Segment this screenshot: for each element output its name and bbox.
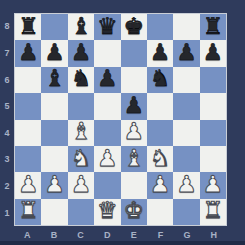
square-f1[interactable]: [147, 199, 173, 225]
white-pawn-h2[interactable]: ♟: [203, 173, 224, 196]
square-h8[interactable]: ♜: [200, 14, 226, 40]
square-e1[interactable]: ♚: [121, 199, 147, 225]
black-pawn-h7[interactable]: ♟: [203, 41, 224, 64]
square-f5[interactable]: [147, 93, 173, 119]
file-label-g: G: [174, 228, 201, 241]
black-pawn-g7[interactable]: ♟: [176, 41, 197, 64]
square-a4[interactable]: [15, 120, 41, 146]
black-knight-f6[interactable]: ♞: [150, 67, 171, 90]
black-pawn-f7[interactable]: ♟: [150, 41, 171, 64]
white-knight-c3[interactable]: ♞: [71, 147, 92, 170]
square-b7[interactable]: ♟: [41, 40, 67, 66]
rank-label-4: 4: [0, 120, 14, 147]
rank-label-5: 5: [0, 93, 14, 120]
square-g8[interactable]: [173, 14, 199, 40]
rank-label-3: 3: [0, 146, 14, 173]
square-h1[interactable]: ♜: [200, 199, 226, 225]
square-c1[interactable]: [68, 199, 94, 225]
rank-label-8: 8: [0, 13, 14, 40]
square-d4[interactable]: [94, 120, 120, 146]
white-pawn-c2[interactable]: ♟: [71, 173, 92, 196]
black-pawn-a7[interactable]: ♟: [18, 41, 39, 64]
file-label-h: H: [200, 228, 227, 241]
square-f4[interactable]: [147, 120, 173, 146]
square-a5[interactable]: [15, 93, 41, 119]
white-bishop-c4[interactable]: ♝: [71, 120, 92, 143]
file-labels: ABCDEFGH: [14, 228, 227, 241]
white-pawn-f2[interactable]: ♟: [150, 173, 171, 196]
white-bishop-e3[interactable]: ♝: [123, 147, 144, 170]
file-label-c: C: [67, 228, 94, 241]
square-c7[interactable]: ♟: [68, 40, 94, 66]
square-f8[interactable]: [147, 14, 173, 40]
square-e8[interactable]: ♚: [121, 14, 147, 40]
square-d2[interactable]: [94, 172, 120, 198]
black-pawn-b7[interactable]: ♟: [44, 41, 65, 64]
square-f3[interactable]: ♞: [147, 146, 173, 172]
rank-labels: 87654321: [0, 13, 14, 226]
square-g2[interactable]: ♟: [173, 172, 199, 198]
white-pawn-e4[interactable]: ♟: [123, 120, 144, 143]
white-rook-h1[interactable]: ♜: [203, 199, 224, 222]
white-pawn-d3[interactable]: ♟: [97, 147, 118, 170]
black-pawn-c7[interactable]: ♟: [71, 41, 92, 64]
rank-label-6: 6: [0, 66, 14, 93]
chess-board-widget: 87654321 ♜♝♛♚♜♟♟♟♟♟♟♝♞♟♞♟♝♟♞♟♝♞♟♟♟♟♟♟♜♛♚…: [0, 0, 245, 245]
square-a8[interactable]: ♜: [15, 14, 41, 40]
square-g5[interactable]: [173, 93, 199, 119]
square-g3[interactable]: [173, 146, 199, 172]
square-c8[interactable]: ♝: [68, 14, 94, 40]
square-h2[interactable]: ♟: [200, 172, 226, 198]
square-e4[interactable]: ♟: [121, 120, 147, 146]
white-pawn-g2[interactable]: ♟: [176, 173, 197, 196]
black-bishop-b6[interactable]: ♝: [44, 67, 65, 90]
square-e3[interactable]: ♝: [121, 146, 147, 172]
square-g1[interactable]: [173, 199, 199, 225]
square-b5[interactable]: [41, 93, 67, 119]
square-h6[interactable]: [200, 67, 226, 93]
square-d8[interactable]: ♛: [94, 14, 120, 40]
rank-label-1: 1: [0, 199, 14, 226]
square-d1[interactable]: ♛: [94, 199, 120, 225]
black-pawn-e5[interactable]: ♟: [123, 94, 144, 117]
square-g4[interactable]: [173, 120, 199, 146]
square-d7[interactable]: [94, 40, 120, 66]
square-d5[interactable]: [94, 93, 120, 119]
square-f7[interactable]: ♟: [147, 40, 173, 66]
rank-label-2: 2: [0, 173, 14, 200]
square-g7[interactable]: ♟: [173, 40, 199, 66]
chess-board: ♜♝♛♚♜♟♟♟♟♟♟♝♞♟♞♟♝♟♞♟♝♞♟♟♟♟♟♟♜♛♚♜: [14, 13, 227, 226]
square-d6[interactable]: ♟: [94, 67, 120, 93]
white-rook-a1[interactable]: ♜: [18, 199, 39, 222]
black-queen-d8[interactable]: ♛: [97, 15, 118, 38]
white-pawn-b2[interactable]: ♟: [44, 173, 65, 196]
square-c6[interactable]: ♞: [68, 67, 94, 93]
square-g6[interactable]: [173, 67, 199, 93]
square-e7[interactable]: [121, 40, 147, 66]
file-label-d: D: [94, 228, 121, 241]
file-label-a: A: [14, 228, 41, 241]
square-c4[interactable]: ♝: [68, 120, 94, 146]
square-a1[interactable]: ♜: [15, 199, 41, 225]
square-b2[interactable]: ♟: [41, 172, 67, 198]
square-b1[interactable]: [41, 199, 67, 225]
bottom-strip: [0, 241, 245, 245]
square-e6[interactable]: [121, 67, 147, 93]
square-b3[interactable]: [41, 146, 67, 172]
square-h5[interactable]: [200, 93, 226, 119]
black-rook-h8[interactable]: ♜: [203, 15, 224, 38]
black-rook-a8[interactable]: ♜: [18, 15, 39, 38]
file-label-b: B: [41, 228, 68, 241]
white-queen-d1[interactable]: ♛: [97, 199, 118, 222]
square-b8[interactable]: [41, 14, 67, 40]
square-d3[interactable]: ♟: [94, 146, 120, 172]
square-c2[interactable]: ♟: [68, 172, 94, 198]
black-pawn-d6[interactable]: ♟: [97, 67, 118, 90]
square-f2[interactable]: ♟: [147, 172, 173, 198]
square-a3[interactable]: [15, 146, 41, 172]
square-h4[interactable]: [200, 120, 226, 146]
file-label-e: E: [121, 228, 148, 241]
black-knight-c6[interactable]: ♞: [71, 67, 92, 90]
rank-label-7: 7: [0, 40, 14, 67]
white-knight-f3[interactable]: ♞: [150, 147, 171, 170]
square-h3[interactable]: [200, 146, 226, 172]
square-f6[interactable]: ♞: [147, 67, 173, 93]
square-b4[interactable]: [41, 120, 67, 146]
white-pawn-a2[interactable]: ♟: [18, 173, 39, 196]
black-king-e8[interactable]: ♚: [123, 15, 144, 38]
square-e5[interactable]: ♟: [121, 93, 147, 119]
file-label-f: F: [147, 228, 174, 241]
square-a7[interactable]: ♟: [15, 40, 41, 66]
square-a6[interactable]: [15, 67, 41, 93]
square-a2[interactable]: ♟: [15, 172, 41, 198]
white-king-e1[interactable]: ♚: [123, 199, 144, 222]
square-h7[interactable]: ♟: [200, 40, 226, 66]
square-e2[interactable]: [121, 172, 147, 198]
black-bishop-c8[interactable]: ♝: [71, 15, 92, 38]
square-c3[interactable]: ♞: [68, 146, 94, 172]
square-c5[interactable]: [68, 93, 94, 119]
square-b6[interactable]: ♝: [41, 67, 67, 93]
